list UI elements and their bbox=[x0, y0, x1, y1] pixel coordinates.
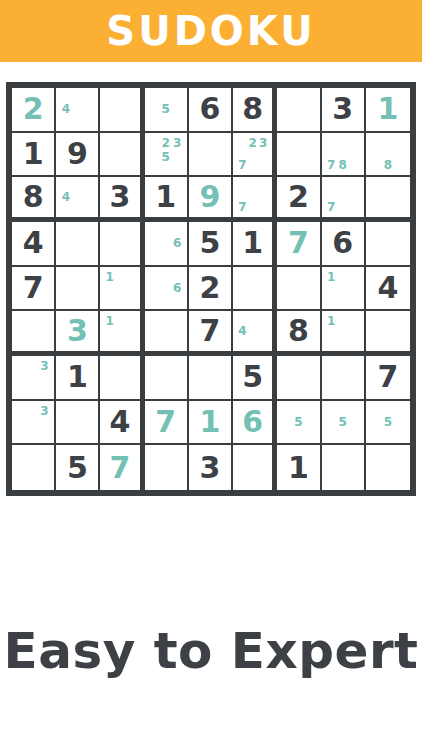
pencil-mark-8: 8 bbox=[382, 158, 394, 172]
cell-r1c5[interactable]: 6 bbox=[189, 88, 233, 133]
cell-r9c5[interactable]: 3 bbox=[189, 445, 233, 490]
cell-r8c1[interactable]: 3 bbox=[12, 401, 56, 446]
cell-r4c7[interactable]: 7 bbox=[277, 222, 321, 267]
cell-r8c3[interactable]: 4 bbox=[100, 401, 144, 446]
cell-value: 1 bbox=[67, 362, 88, 392]
pencil-marks: 78 bbox=[326, 136, 360, 173]
pencil-marks: 237 bbox=[237, 136, 268, 173]
pencil-marks: 3 bbox=[16, 359, 50, 396]
cell-r8c5[interactable]: 1 bbox=[189, 401, 233, 446]
cell-value: 3 bbox=[110, 182, 131, 212]
cell-r3c3[interactable]: 3 bbox=[100, 177, 144, 222]
cell-value: 2 bbox=[23, 94, 44, 124]
cell-r1c3[interactable] bbox=[100, 88, 144, 133]
cell-value: 1 bbox=[200, 407, 221, 437]
cell-r7c2[interactable]: 1 bbox=[56, 356, 100, 401]
cell-r7c1[interactable]: 3 bbox=[12, 356, 56, 401]
cell-r5c6[interactable] bbox=[233, 267, 277, 312]
cell-r1c2[interactable]: 4 bbox=[56, 88, 100, 133]
pencil-marks: 5 bbox=[326, 404, 360, 441]
pencil-mark-5: 5 bbox=[382, 415, 394, 429]
cell-r6c5[interactable]: 7 bbox=[189, 311, 233, 356]
cell-value: 7 bbox=[377, 362, 398, 392]
cell-r8c2[interactable] bbox=[56, 401, 100, 446]
cell-r3c6[interactable]: 7 bbox=[233, 177, 277, 222]
cell-value: 7 bbox=[110, 453, 131, 483]
pencil-mark-4: 4 bbox=[237, 324, 247, 338]
pencil-marks: 7 bbox=[237, 180, 268, 214]
cell-r8c7[interactable]: 5 bbox=[277, 401, 321, 446]
cell-r2c7[interactable] bbox=[277, 133, 321, 178]
cell-r9c2[interactable]: 5 bbox=[56, 445, 100, 490]
cell-value: 9 bbox=[67, 139, 88, 169]
cell-value: 5 bbox=[67, 453, 88, 483]
pencil-mark-1: 1 bbox=[326, 314, 337, 328]
cell-r1c8[interactable]: 3 bbox=[322, 88, 366, 133]
pencil-mark-7: 7 bbox=[237, 200, 247, 214]
cell-r8c9[interactable]: 5 bbox=[366, 401, 410, 446]
pencil-marks: 6 bbox=[149, 225, 183, 262]
cell-r7c8[interactable] bbox=[322, 356, 366, 401]
cell-r2c2[interactable]: 9 bbox=[56, 133, 100, 178]
cell-r8c6[interactable]: 6 bbox=[233, 401, 277, 446]
pencil-mark-1: 1 bbox=[104, 314, 114, 328]
cell-value: 6 bbox=[332, 228, 353, 258]
pencil-mark-7: 7 bbox=[326, 200, 337, 214]
cell-r6c7[interactable]: 8 bbox=[277, 311, 321, 356]
cell-r5c9[interactable]: 4 bbox=[366, 267, 410, 312]
cell-value: 5 bbox=[242, 362, 263, 392]
cell-r5c7[interactable] bbox=[277, 267, 321, 312]
cell-value: 1 bbox=[288, 453, 309, 483]
cell-r9c1[interactable] bbox=[12, 445, 56, 490]
cell-r5c2[interactable] bbox=[56, 267, 100, 312]
cell-r8c8[interactable]: 5 bbox=[322, 401, 366, 446]
cell-r1c1[interactable]: 2 bbox=[12, 88, 56, 133]
cell-r7c3[interactable] bbox=[100, 356, 144, 401]
cell-r2c9[interactable]: 8 bbox=[366, 133, 410, 178]
pencil-marks: 5 bbox=[370, 404, 406, 441]
cell-r4c4[interactable]: 6 bbox=[145, 222, 189, 267]
cell-value: 3 bbox=[67, 316, 88, 346]
cell-r2c6[interactable]: 237 bbox=[233, 133, 277, 178]
cell-r1c4[interactable]: 5 bbox=[145, 88, 189, 133]
cell-r8c4[interactable]: 7 bbox=[145, 401, 189, 446]
cell-r9c6[interactable] bbox=[233, 445, 277, 490]
cell-value: 7 bbox=[155, 407, 176, 437]
pencil-marks: 235 bbox=[149, 136, 183, 173]
cell-r3c5[interactable]: 9 bbox=[189, 177, 233, 222]
pencil-mark-3: 3 bbox=[39, 404, 50, 418]
app-title: SUDOKU bbox=[106, 0, 315, 62]
cell-r3c9[interactable] bbox=[366, 177, 410, 222]
pencil-marks: 3 bbox=[16, 404, 50, 441]
cell-value: 7 bbox=[23, 273, 44, 303]
cell-r2c4[interactable]: 235 bbox=[145, 133, 189, 178]
cell-r9c8[interactable] bbox=[322, 445, 366, 490]
cell-r6c8[interactable]: 1 bbox=[322, 311, 366, 356]
cell-r7c9[interactable]: 7 bbox=[366, 356, 410, 401]
cell-r5c1[interactable]: 7 bbox=[12, 267, 56, 312]
cell-value: 8 bbox=[23, 182, 44, 212]
cell-r5c8[interactable]: 1 bbox=[322, 267, 366, 312]
cell-r4c8[interactable]: 6 bbox=[322, 222, 366, 267]
cell-r5c3[interactable]: 1 bbox=[100, 267, 144, 312]
pencil-mark-4: 4 bbox=[60, 190, 71, 204]
cell-value: 8 bbox=[242, 94, 263, 124]
cell-value: 1 bbox=[242, 228, 263, 258]
cell-value: 8 bbox=[288, 316, 309, 346]
cell-r1c9[interactable]: 1 bbox=[366, 88, 410, 133]
cell-r4c3[interactable] bbox=[100, 222, 144, 267]
pencil-mark-3: 3 bbox=[171, 136, 182, 150]
app-header: SUDOKU bbox=[0, 0, 422, 62]
cell-r3c4[interactable]: 1 bbox=[145, 177, 189, 222]
tagline: Easy to Expert bbox=[0, 622, 422, 680]
cell-r6c3[interactable]: 1 bbox=[100, 311, 144, 356]
cell-r4c6[interactable]: 1 bbox=[233, 222, 277, 267]
pencil-mark-4: 4 bbox=[60, 102, 71, 116]
cell-r7c5[interactable] bbox=[189, 356, 233, 401]
cell-r4c9[interactable] bbox=[366, 222, 410, 267]
cell-r2c8[interactable]: 78 bbox=[322, 133, 366, 178]
cell-r7c6[interactable]: 5 bbox=[233, 356, 277, 401]
cell-r3c8[interactable]: 7 bbox=[322, 177, 366, 222]
cell-r9c7[interactable]: 1 bbox=[277, 445, 321, 490]
pencil-mark-8: 8 bbox=[337, 158, 348, 172]
pencil-marks: 4 bbox=[237, 314, 268, 348]
pencil-mark-6: 6 bbox=[171, 236, 182, 250]
cell-r9c3[interactable]: 7 bbox=[100, 445, 144, 490]
cell-value: 1 bbox=[155, 182, 176, 212]
cell-r2c3[interactable] bbox=[100, 133, 144, 178]
cell-value: 2 bbox=[288, 182, 309, 212]
pencil-marks: 8 bbox=[370, 136, 406, 173]
pencil-mark-3: 3 bbox=[258, 136, 268, 150]
pencil-marks: 1 bbox=[104, 314, 135, 348]
cell-r3c7[interactable]: 2 bbox=[277, 177, 321, 222]
cell-value: 6 bbox=[200, 94, 221, 124]
cell-r6c6[interactable]: 4 bbox=[233, 311, 277, 356]
cell-r4c2[interactable] bbox=[56, 222, 100, 267]
pencil-mark-6: 6 bbox=[171, 281, 182, 295]
cell-value: 9 bbox=[200, 182, 221, 212]
cell-r5c5[interactable]: 2 bbox=[189, 267, 233, 312]
cell-r7c4[interactable] bbox=[145, 356, 189, 401]
pencil-mark-3: 3 bbox=[39, 359, 50, 373]
cell-value: 1 bbox=[377, 94, 398, 124]
pencil-marks: 4 bbox=[60, 91, 94, 128]
pencil-mark-7: 7 bbox=[326, 158, 337, 172]
pencil-marks: 1 bbox=[326, 314, 360, 348]
pencil-marks: 4 bbox=[60, 180, 94, 214]
cell-r6c1[interactable] bbox=[12, 311, 56, 356]
cell-r1c6[interactable]: 8 bbox=[233, 88, 277, 133]
cell-r1c7[interactable] bbox=[277, 88, 321, 133]
pencil-mark-1: 1 bbox=[326, 270, 337, 284]
cell-value: 1 bbox=[23, 139, 44, 169]
cell-value: 6 bbox=[242, 407, 263, 437]
pencil-mark-2: 2 bbox=[248, 136, 258, 150]
pencil-mark-2: 2 bbox=[160, 136, 171, 150]
sudoku-board: 2456831192352377888431972746517671621431… bbox=[6, 82, 416, 496]
pencil-mark-5: 5 bbox=[337, 415, 348, 429]
cell-value: 4 bbox=[377, 273, 398, 303]
pencil-marks: 6 bbox=[149, 270, 183, 307]
cell-r2c1[interactable]: 1 bbox=[12, 133, 56, 178]
pencil-mark-5: 5 bbox=[293, 415, 304, 429]
cell-r9c4[interactable] bbox=[145, 445, 189, 490]
cell-value: 3 bbox=[200, 453, 221, 483]
cell-value: 3 bbox=[332, 94, 353, 124]
cell-r6c9[interactable] bbox=[366, 311, 410, 356]
cell-r7c7[interactable] bbox=[277, 356, 321, 401]
cell-value: 5 bbox=[200, 228, 221, 258]
cell-r3c2[interactable]: 4 bbox=[56, 177, 100, 222]
cell-value: 4 bbox=[23, 228, 44, 258]
cell-r5c4[interactable]: 6 bbox=[145, 267, 189, 312]
cell-r3c1[interactable]: 8 bbox=[12, 177, 56, 222]
pencil-mark-5: 5 bbox=[160, 150, 171, 164]
cell-r6c2[interactable]: 3 bbox=[56, 311, 100, 356]
pencil-mark-7: 7 bbox=[237, 158, 247, 172]
pencil-marks: 1 bbox=[104, 270, 135, 307]
pencil-marks: 5 bbox=[281, 404, 315, 441]
cell-r4c5[interactable]: 5 bbox=[189, 222, 233, 267]
cell-value: 7 bbox=[200, 316, 221, 346]
pencil-mark-1: 1 bbox=[104, 270, 114, 284]
app-screen: SUDOKU 245683119235237788843197274651767… bbox=[0, 0, 422, 750]
pencil-mark-5: 5 bbox=[160, 102, 171, 116]
cell-r2c5[interactable] bbox=[189, 133, 233, 178]
pencil-marks: 5 bbox=[149, 91, 183, 128]
cell-value: 2 bbox=[200, 273, 221, 303]
cell-value: 4 bbox=[110, 407, 131, 437]
cell-r6c4[interactable] bbox=[145, 311, 189, 356]
pencil-marks: 7 bbox=[326, 180, 360, 214]
cell-value: 7 bbox=[288, 228, 309, 258]
cell-r9c9[interactable] bbox=[366, 445, 410, 490]
cell-r4c1[interactable]: 4 bbox=[12, 222, 56, 267]
pencil-marks: 1 bbox=[326, 270, 360, 307]
